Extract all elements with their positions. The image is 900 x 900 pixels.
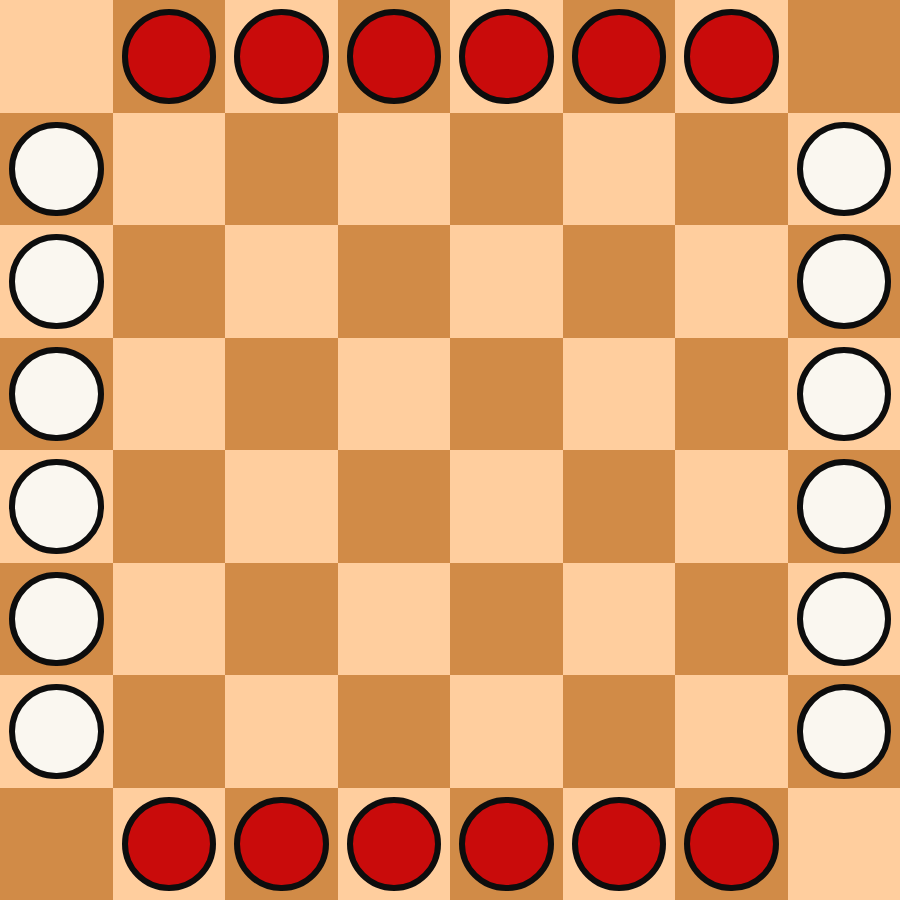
white-piece-a4[interactable] bbox=[9, 459, 104, 554]
white-piece-a2[interactable] bbox=[9, 684, 104, 779]
board bbox=[0, 0, 900, 900]
white-piece-h5[interactable] bbox=[797, 347, 892, 442]
square-d3[interactable] bbox=[338, 563, 451, 676]
square-f7[interactable] bbox=[563, 113, 676, 226]
square-g5[interactable] bbox=[675, 338, 788, 451]
square-e8[interactable] bbox=[450, 0, 563, 113]
square-b8[interactable] bbox=[113, 0, 226, 113]
white-piece-a7[interactable] bbox=[9, 122, 104, 217]
square-f2[interactable] bbox=[563, 675, 676, 788]
square-b1[interactable] bbox=[113, 788, 226, 900]
red-piece-g8[interactable] bbox=[684, 9, 779, 104]
square-c4[interactable] bbox=[225, 450, 338, 563]
square-a1[interactable] bbox=[0, 788, 113, 900]
square-d8[interactable] bbox=[338, 0, 451, 113]
square-f3[interactable] bbox=[563, 563, 676, 676]
square-g1[interactable] bbox=[675, 788, 788, 900]
square-b2[interactable] bbox=[113, 675, 226, 788]
square-d5[interactable] bbox=[338, 338, 451, 451]
red-piece-b1[interactable] bbox=[122, 797, 217, 892]
square-e5[interactable] bbox=[450, 338, 563, 451]
square-f6[interactable] bbox=[563, 225, 676, 338]
red-piece-e8[interactable] bbox=[459, 9, 554, 104]
square-a5[interactable] bbox=[0, 338, 113, 451]
white-piece-h4[interactable] bbox=[797, 459, 892, 554]
square-e6[interactable] bbox=[450, 225, 563, 338]
square-e2[interactable] bbox=[450, 675, 563, 788]
square-f4[interactable] bbox=[563, 450, 676, 563]
square-g6[interactable] bbox=[675, 225, 788, 338]
red-piece-f1[interactable] bbox=[572, 797, 667, 892]
red-piece-b8[interactable] bbox=[122, 9, 217, 104]
square-h8[interactable] bbox=[788, 0, 900, 113]
square-h2[interactable] bbox=[788, 675, 900, 788]
white-piece-h3[interactable] bbox=[797, 572, 892, 667]
square-g8[interactable] bbox=[675, 0, 788, 113]
square-e1[interactable] bbox=[450, 788, 563, 900]
square-g2[interactable] bbox=[675, 675, 788, 788]
square-c3[interactable] bbox=[225, 563, 338, 676]
square-c2[interactable] bbox=[225, 675, 338, 788]
square-f1[interactable] bbox=[563, 788, 676, 900]
square-g3[interactable] bbox=[675, 563, 788, 676]
square-h6[interactable] bbox=[788, 225, 900, 338]
red-piece-d8[interactable] bbox=[347, 9, 442, 104]
square-h7[interactable] bbox=[788, 113, 900, 226]
square-d6[interactable] bbox=[338, 225, 451, 338]
square-c5[interactable] bbox=[225, 338, 338, 451]
red-piece-e1[interactable] bbox=[459, 797, 554, 892]
red-piece-g1[interactable] bbox=[684, 797, 779, 892]
square-b4[interactable] bbox=[113, 450, 226, 563]
white-piece-h6[interactable] bbox=[797, 234, 892, 329]
square-g4[interactable] bbox=[675, 450, 788, 563]
square-h3[interactable] bbox=[788, 563, 900, 676]
red-piece-f8[interactable] bbox=[572, 9, 667, 104]
square-d4[interactable] bbox=[338, 450, 451, 563]
white-piece-h2[interactable] bbox=[797, 684, 892, 779]
square-a8[interactable] bbox=[0, 0, 113, 113]
square-h4[interactable] bbox=[788, 450, 900, 563]
square-b3[interactable] bbox=[113, 563, 226, 676]
square-a2[interactable] bbox=[0, 675, 113, 788]
square-f5[interactable] bbox=[563, 338, 676, 451]
square-b5[interactable] bbox=[113, 338, 226, 451]
white-piece-a3[interactable] bbox=[9, 572, 104, 667]
white-piece-a6[interactable] bbox=[9, 234, 104, 329]
square-g7[interactable] bbox=[675, 113, 788, 226]
square-c6[interactable] bbox=[225, 225, 338, 338]
square-d1[interactable] bbox=[338, 788, 451, 900]
square-a4[interactable] bbox=[0, 450, 113, 563]
square-c1[interactable] bbox=[225, 788, 338, 900]
square-a6[interactable] bbox=[0, 225, 113, 338]
square-e3[interactable] bbox=[450, 563, 563, 676]
red-piece-d1[interactable] bbox=[347, 797, 442, 892]
white-piece-h7[interactable] bbox=[797, 122, 892, 217]
square-b6[interactable] bbox=[113, 225, 226, 338]
square-a3[interactable] bbox=[0, 563, 113, 676]
square-d7[interactable] bbox=[338, 113, 451, 226]
red-piece-c8[interactable] bbox=[234, 9, 329, 104]
square-a7[interactable] bbox=[0, 113, 113, 226]
white-piece-a5[interactable] bbox=[9, 347, 104, 442]
square-h1[interactable] bbox=[788, 788, 900, 900]
square-h5[interactable] bbox=[788, 338, 900, 451]
square-e7[interactable] bbox=[450, 113, 563, 226]
square-b7[interactable] bbox=[113, 113, 226, 226]
red-piece-c1[interactable] bbox=[234, 797, 329, 892]
square-e4[interactable] bbox=[450, 450, 563, 563]
square-c7[interactable] bbox=[225, 113, 338, 226]
square-d2[interactable] bbox=[338, 675, 451, 788]
square-c8[interactable] bbox=[225, 0, 338, 113]
square-f8[interactable] bbox=[563, 0, 676, 113]
